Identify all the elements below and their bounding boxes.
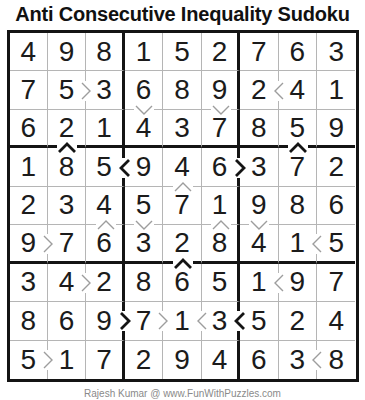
cell-r8c8[interactable]: 2 xyxy=(279,302,317,340)
sudoku-board: 4981527637536892416214378591859463722345… xyxy=(7,30,359,382)
cell-r6c5[interactable]: 2 xyxy=(163,225,201,263)
cell-r9c9[interactable]: 8 xyxy=(317,341,355,379)
cell-r6c2[interactable]: 7 xyxy=(48,225,86,263)
cell-r1c7[interactable]: 7 xyxy=(240,33,278,71)
cell-r5c7[interactable]: 9 xyxy=(240,187,278,225)
cell-r9c2[interactable]: 1 xyxy=(48,341,86,379)
cell-r7c2[interactable]: 4 xyxy=(48,264,86,302)
cell-r6c7[interactable]: 4 xyxy=(240,225,278,263)
cell-r5c5[interactable]: 7 xyxy=(163,187,201,225)
cell-r4c7[interactable]: 3 xyxy=(240,148,278,186)
cell-r2c6[interactable]: 9 xyxy=(202,71,240,109)
cell-r9c1[interactable]: 5 xyxy=(10,341,48,379)
cell-r3c5[interactable]: 3 xyxy=(163,110,201,148)
cell-r7c3[interactable]: 2 xyxy=(86,264,124,302)
cell-r6c9[interactable]: 5 xyxy=(317,225,355,263)
cell-r8c1[interactable]: 8 xyxy=(10,302,48,340)
cell-r8c3[interactable]: 9 xyxy=(86,302,124,340)
cell-r4c3[interactable]: 5 xyxy=(86,148,124,186)
cell-r5c3[interactable]: 4 xyxy=(86,187,124,225)
page: Anti Consecutive Inequality Sudoku 49815… xyxy=(0,3,365,399)
cell-r3c1[interactable]: 6 xyxy=(10,110,48,148)
cell-r7c1[interactable]: 3 xyxy=(10,264,48,302)
cell-r9c8[interactable]: 3 xyxy=(279,341,317,379)
cell-r1c1[interactable]: 4 xyxy=(10,33,48,71)
cell-r1c8[interactable]: 6 xyxy=(279,33,317,71)
cell-r9c6[interactable]: 4 xyxy=(202,341,240,379)
cell-r3c3[interactable]: 1 xyxy=(86,110,124,148)
cell-r5c2[interactable]: 3 xyxy=(48,187,86,225)
cell-r8c5[interactable]: 1 xyxy=(163,302,201,340)
cell-r3c4[interactable]: 4 xyxy=(125,110,163,148)
cell-r3c7[interactable]: 8 xyxy=(240,110,278,148)
cell-r1c5[interactable]: 5 xyxy=(163,33,201,71)
cell-r3c9[interactable]: 9 xyxy=(317,110,355,148)
cell-r7c6[interactable]: 5 xyxy=(202,264,240,302)
cell-r4c4[interactable]: 9 xyxy=(125,148,163,186)
cell-r9c4[interactable]: 2 xyxy=(125,341,163,379)
cell-r2c5[interactable]: 8 xyxy=(163,71,201,109)
cell-r7c8[interactable]: 9 xyxy=(279,264,317,302)
cell-r9c7[interactable]: 6 xyxy=(240,341,278,379)
cell-r5c4[interactable]: 5 xyxy=(125,187,163,225)
cell-r2c1[interactable]: 7 xyxy=(10,71,48,109)
cell-r7c9[interactable]: 7 xyxy=(317,264,355,302)
page-title: Anti Consecutive Inequality Sudoku xyxy=(0,3,365,26)
cell-r2c9[interactable]: 1 xyxy=(317,71,355,109)
cell-r6c4[interactable]: 3 xyxy=(125,225,163,263)
cell-r4c2[interactable]: 8 xyxy=(48,148,86,186)
cell-r9c3[interactable]: 7 xyxy=(86,341,124,379)
cell-r5c8[interactable]: 8 xyxy=(279,187,317,225)
cell-r2c8[interactable]: 4 xyxy=(279,71,317,109)
cell-r3c8[interactable]: 5 xyxy=(279,110,317,148)
cell-r1c3[interactable]: 8 xyxy=(86,33,124,71)
cell-r2c4[interactable]: 6 xyxy=(125,71,163,109)
cell-r9c5[interactable]: 9 xyxy=(163,341,201,379)
cell-r2c3[interactable]: 3 xyxy=(86,71,124,109)
cell-r8c9[interactable]: 4 xyxy=(317,302,355,340)
credit-link[interactable]: Rajesh Kumar @ www.FunWithPuzzles.com xyxy=(0,388,365,399)
cell-r5c6[interactable]: 1 xyxy=(202,187,240,225)
cell-r7c5[interactable]: 6 xyxy=(163,264,201,302)
cell-r5c9[interactable]: 6 xyxy=(317,187,355,225)
cell-r3c6[interactable]: 7 xyxy=(202,110,240,148)
cell-r6c6[interactable]: 8 xyxy=(202,225,240,263)
cell-r2c7[interactable]: 2 xyxy=(240,71,278,109)
cell-r7c7[interactable]: 1 xyxy=(240,264,278,302)
cell-r1c4[interactable]: 1 xyxy=(125,33,163,71)
cell-r1c6[interactable]: 2 xyxy=(202,33,240,71)
cell-r7c4[interactable]: 8 xyxy=(125,264,163,302)
cell-r1c2[interactable]: 9 xyxy=(48,33,86,71)
cell-r8c2[interactable]: 6 xyxy=(48,302,86,340)
cell-r8c6[interactable]: 3 xyxy=(202,302,240,340)
cell-r6c8[interactable]: 1 xyxy=(279,225,317,263)
cell-r4c5[interactable]: 4 xyxy=(163,148,201,186)
cell-r8c4[interactable]: 7 xyxy=(125,302,163,340)
cell-r4c9[interactable]: 2 xyxy=(317,148,355,186)
cell-r6c3[interactable]: 6 xyxy=(86,225,124,263)
cell-r3c2[interactable]: 2 xyxy=(48,110,86,148)
cell-r4c6[interactable]: 6 xyxy=(202,148,240,186)
cell-r1c9[interactable]: 3 xyxy=(317,33,355,71)
cell-r4c1[interactable]: 1 xyxy=(10,148,48,186)
cell-r4c8[interactable]: 7 xyxy=(279,148,317,186)
cell-r6c1[interactable]: 9 xyxy=(10,225,48,263)
sudoku-grid: 4981527637536892416214378591859463722345… xyxy=(10,33,356,379)
cell-r8c7[interactable]: 5 xyxy=(240,302,278,340)
cell-r5c1[interactable]: 2 xyxy=(10,187,48,225)
cell-r2c2[interactable]: 5 xyxy=(48,71,86,109)
